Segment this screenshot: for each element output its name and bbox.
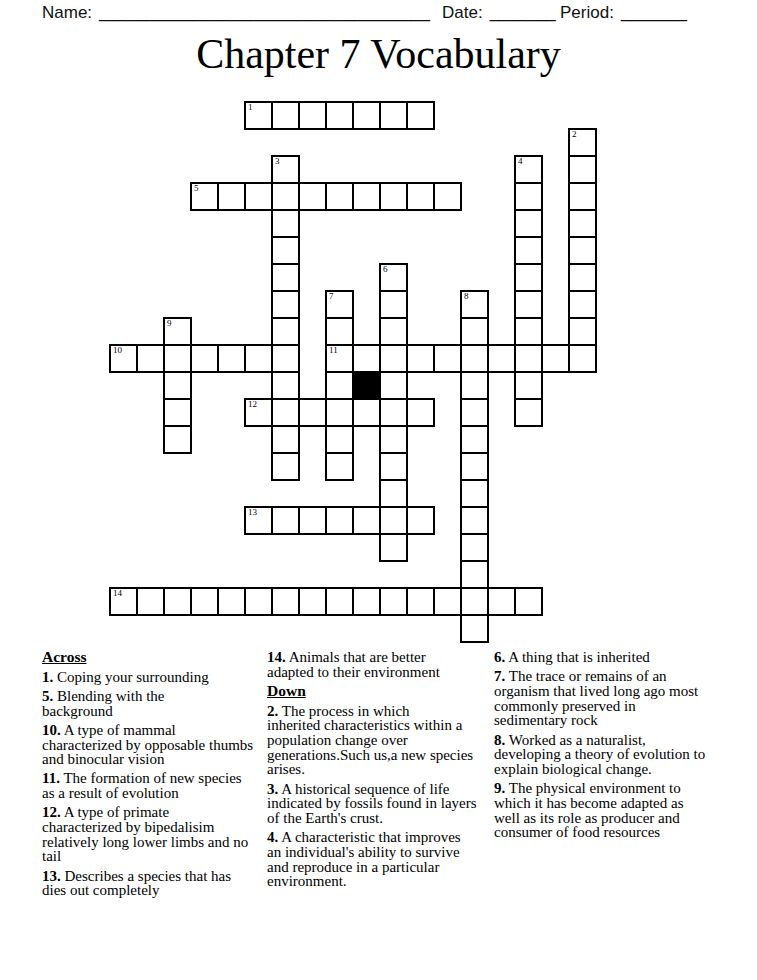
clue-2-line-5: arises. <box>267 762 497 777</box>
grid-cell-r10c13[interactable] <box>460 371 489 400</box>
grid-cell-r0c6[interactable] <box>271 101 300 130</box>
clue-9: 9. The physical environment towhich it h… <box>494 781 724 840</box>
grid-cell-r7c15[interactable] <box>514 290 543 319</box>
blocked-cell <box>352 371 381 400</box>
grid-cell-r9c12[interactable] <box>433 344 462 373</box>
cell-number-10: 10 <box>113 346 122 355</box>
grid-cell-r6c17[interactable] <box>568 263 597 292</box>
clue-13-line-2: dies out completely <box>42 883 272 898</box>
clue-number: 6. <box>494 649 505 665</box>
clue-7: 7. The trace or remains of anorganism th… <box>494 669 724 728</box>
grid-cell-r18c4[interactable] <box>217 587 246 616</box>
clue-11: 11. The formation of new speciesas a res… <box>42 771 272 800</box>
grid-cell-r9c1[interactable] <box>136 344 165 373</box>
grid-cell-r3c10[interactable] <box>379 182 408 211</box>
grid-cell-r18c5[interactable] <box>244 587 273 616</box>
clue-6-line-1: 6. A thing that is inherited <box>494 650 724 665</box>
grid-cell-r8c10[interactable] <box>379 317 408 346</box>
grid-cell-r8c2[interactable]: 9 <box>163 317 192 346</box>
clue-list-header-across: Across <box>42 650 272 665</box>
grid-cell-r10c2[interactable] <box>163 371 192 400</box>
grid-cell-r11c2[interactable] <box>163 398 192 427</box>
grid-cell-r11c7[interactable] <box>298 398 327 427</box>
grid-cell-r4c6[interactable] <box>271 209 300 238</box>
clue-6: 6. A thing that is inherited <box>494 650 724 665</box>
clue-column-2: 14. Animals that are betteradapted to th… <box>267 650 497 894</box>
grid-cell-r12c6[interactable] <box>271 425 300 454</box>
grid-cell-r13c13[interactable] <box>460 452 489 481</box>
cell-number-13: 13 <box>248 508 257 517</box>
clue-4-line-3: and reproduce in a particular <box>267 860 497 875</box>
grid-cell-r18c2[interactable] <box>163 587 192 616</box>
cell-number-7: 7 <box>329 292 334 301</box>
clue-number: 12. <box>42 804 61 820</box>
grid-cell-r7c8[interactable]: 7 <box>325 290 354 319</box>
clue-14: 14. Animals that are betteradapted to th… <box>267 650 497 679</box>
grid-cell-r9c0[interactable]: 10 <box>109 344 138 373</box>
date-blank-line[interactable]: _______ <box>490 3 556 22</box>
grid-cell-r15c9[interactable] <box>352 506 381 535</box>
clue-9-line-3: well as its role as producer and <box>494 811 724 826</box>
grid-cell-r9c17[interactable] <box>568 344 597 373</box>
clue-column-3: 6. A thing that is inherited7. The trace… <box>494 650 724 844</box>
name-label: Name: <box>42 3 92 22</box>
grid-cell-r3c4[interactable] <box>217 182 246 211</box>
grid-cell-r9c6[interactable] <box>271 344 300 373</box>
clue-7-line-1: 7. The trace or remains of an <box>494 669 724 684</box>
cell-number-3: 3 <box>275 157 280 166</box>
grid-cell-r18c15[interactable] <box>514 587 543 616</box>
clue-8-line-3: explain biological change. <box>494 762 724 777</box>
clue-8: 8. Worked as a naturalist,developing a t… <box>494 733 724 777</box>
page-title: Chapter 7 Vocabulary <box>0 31 757 77</box>
grid-cell-r9c5[interactable] <box>244 344 273 373</box>
grid-cell-r7c13[interactable]: 8 <box>460 290 489 319</box>
grid-cell-r5c17[interactable] <box>568 236 597 265</box>
clue-2: 2. The process in whichinherited charact… <box>267 704 497 778</box>
clue-1-line-1: 1. Coping your surrounding <box>42 670 272 685</box>
clue-number: 10. <box>42 722 61 738</box>
clue-number: 7. <box>494 668 505 684</box>
grid-cell-r19c13[interactable] <box>460 614 489 643</box>
clue-number: 9. <box>494 780 505 796</box>
grid-cell-r11c5[interactable]: 12 <box>244 398 273 427</box>
grid-cell-r4c15[interactable] <box>514 209 543 238</box>
grid-cell-r13c8[interactable] <box>325 452 354 481</box>
clue-2-line-1: 2. The process in which <box>267 704 497 719</box>
grid-cell-r15c8[interactable] <box>325 506 354 535</box>
grid-cell-r9c3[interactable] <box>190 344 219 373</box>
grid-cell-r3c3[interactable]: 5 <box>190 182 219 211</box>
grid-cell-r7c6[interactable] <box>271 290 300 319</box>
grid-cell-r10c10[interactable] <box>379 371 408 400</box>
grid-cell-r6c15[interactable] <box>514 263 543 292</box>
grid-cell-r12c8[interactable] <box>325 425 354 454</box>
cell-number-4: 4 <box>518 157 523 166</box>
date-field: Date:_______ <box>442 3 556 23</box>
grid-cell-r2c15[interactable]: 4 <box>514 155 543 184</box>
grid-cell-r3c5[interactable] <box>244 182 273 211</box>
grid-cell-r18c6[interactable] <box>271 587 300 616</box>
grid-cell-r12c13[interactable] <box>460 425 489 454</box>
cell-number-1: 1 <box>248 103 253 112</box>
clue-12: 12. A type of primatecharacterized by bi… <box>42 805 272 864</box>
grid-cell-r8c15[interactable] <box>514 317 543 346</box>
grid-cell-r0c11[interactable] <box>406 101 435 130</box>
grid-cell-r3c8[interactable] <box>325 182 354 211</box>
grid-cell-r0c9[interactable] <box>352 101 381 130</box>
grid-cell-r3c6[interactable] <box>271 182 300 211</box>
grid-cell-r11c13[interactable] <box>460 398 489 427</box>
grid-cell-r11c6[interactable] <box>271 398 300 427</box>
clue-9-line-4: consumer of food resources <box>494 825 724 840</box>
clue-number: 1. <box>42 669 53 685</box>
clue-4-line-1: 4. A characteristic that improves <box>267 830 497 845</box>
clue-2-line-2: inherited characteristics within a <box>267 718 497 733</box>
grid-cell-r3c15[interactable] <box>514 182 543 211</box>
grid-cell-r15c7[interactable] <box>298 506 327 535</box>
grid-cell-r18c14[interactable] <box>487 587 516 616</box>
grid-cell-r8c8[interactable] <box>325 317 354 346</box>
clue-10-line-2: characterized by opposable thumbs <box>42 738 272 753</box>
grid-cell-r14c13[interactable] <box>460 479 489 508</box>
clue-2-line-3: population change over <box>267 733 497 748</box>
clue-11-line-1: 11. The formation of new species <box>42 771 272 786</box>
worksheet-page: Name:___________________________________… <box>0 0 757 980</box>
period-field: Period:_______ <box>560 3 687 23</box>
grid-cell-r10c6[interactable] <box>271 371 300 400</box>
grid-cell-r9c9[interactable] <box>352 344 381 373</box>
clue-7-line-3: commonly preserved in <box>494 699 724 714</box>
clue-5-line-2: background <box>42 704 272 719</box>
grid-cell-r11c11[interactable] <box>406 398 435 427</box>
grid-cell-r18c3[interactable] <box>190 587 219 616</box>
grid-cell-r18c7[interactable] <box>298 587 327 616</box>
grid-cell-r10c8[interactable] <box>325 371 354 400</box>
grid-cell-r0c8[interactable] <box>325 101 354 130</box>
clue-14-line-2: adapted to their environment <box>267 665 497 680</box>
clue-12-line-1: 12. A type of primate <box>42 805 272 820</box>
clue-14-line-1: 14. Animals that are better <box>267 650 497 665</box>
grid-cell-r1c17[interactable]: 2 <box>568 128 597 157</box>
grid-cell-r3c11[interactable] <box>406 182 435 211</box>
period-blank-line[interactable]: _______ <box>621 3 687 22</box>
clue-13: 13. Describes a species that hasdies out… <box>42 869 272 898</box>
cell-number-5: 5 <box>194 184 199 193</box>
grid-cell-r16c10[interactable] <box>379 533 408 562</box>
grid-cell-r4c17[interactable] <box>568 209 597 238</box>
grid-cell-r5c6[interactable] <box>271 236 300 265</box>
name-blank-line[interactable]: ___________________________________ <box>99 3 430 22</box>
grid-cell-r0c10[interactable] <box>379 101 408 130</box>
grid-cell-r11c15[interactable] <box>514 398 543 427</box>
grid-cell-r6c10[interactable]: 6 <box>379 263 408 292</box>
grid-cell-r15c5[interactable]: 13 <box>244 506 273 535</box>
grid-cell-r5c15[interactable] <box>514 236 543 265</box>
clue-2-line-4: generations.Such us,a new species <box>267 748 497 763</box>
grid-cell-r7c17[interactable] <box>568 290 597 319</box>
grid-cell-r3c12[interactable] <box>433 182 462 211</box>
grid-cell-r12c10[interactable] <box>379 425 408 454</box>
grid-cell-r3c7[interactable] <box>298 182 327 211</box>
grid-cell-r0c5[interactable]: 1 <box>244 101 273 130</box>
period-label: Period: <box>560 3 614 22</box>
grid-cell-r18c11[interactable] <box>406 587 435 616</box>
grid-cell-r9c13[interactable] <box>460 344 489 373</box>
clue-12-line-4: tail <box>42 849 272 864</box>
grid-cell-r8c6[interactable] <box>271 317 300 346</box>
name-field: Name:___________________________________ <box>42 3 430 23</box>
grid-cell-r18c10[interactable] <box>379 587 408 616</box>
clue-column-1: Across1. Coping your surrounding5. Blend… <box>42 650 272 903</box>
clue-3: 3. A historical sequence of lifeindicate… <box>267 782 497 826</box>
grid-cell-r17c13[interactable] <box>460 560 489 589</box>
clue-3-line-3: of the Earth's crust. <box>267 811 497 826</box>
cell-number-14: 14 <box>113 589 122 598</box>
grid-cell-r8c17[interactable] <box>568 317 597 346</box>
grid-cell-r10c15[interactable] <box>514 371 543 400</box>
grid-cell-r18c1[interactable] <box>136 587 165 616</box>
cell-number-11: 11 <box>329 346 338 355</box>
grid-cell-r9c15[interactable] <box>514 344 543 373</box>
grid-cell-r0c7[interactable] <box>298 101 327 130</box>
clue-number: 2. <box>267 703 278 719</box>
crossword-grid: 1510111213142346789 <box>110 102 596 642</box>
clue-7-line-4: sedimentary rock <box>494 713 724 728</box>
grid-cell-r15c10[interactable] <box>379 506 408 535</box>
grid-cell-r18c0[interactable]: 14 <box>109 587 138 616</box>
grid-cell-r9c16[interactable] <box>541 344 570 373</box>
clue-4-line-2: an individual's ability to survive <box>267 845 497 860</box>
date-label: Date: <box>442 3 483 22</box>
clue-9-line-2: which it has become adapted as <box>494 796 724 811</box>
clues-section: Across1. Coping your surrounding5. Blend… <box>0 650 757 900</box>
grid-cell-r11c10[interactable] <box>379 398 408 427</box>
grid-cell-r14c10[interactable] <box>379 479 408 508</box>
clue-number: 4. <box>267 829 278 845</box>
grid-cell-r11c8[interactable] <box>325 398 354 427</box>
grid-cell-r9c4[interactable] <box>217 344 246 373</box>
grid-cell-r2c17[interactable] <box>568 155 597 184</box>
clue-number: 3. <box>267 781 278 797</box>
clue-5: 5. Blending with thebackground <box>42 689 272 718</box>
grid-cell-r15c11[interactable] <box>406 506 435 535</box>
clue-list-header-down: Down <box>267 684 497 699</box>
grid-cell-r7c10[interactable] <box>379 290 408 319</box>
grid-cell-r15c13[interactable] <box>460 506 489 535</box>
clue-number: 8. <box>494 732 505 748</box>
clue-number: 11. <box>42 770 60 786</box>
clue-3-line-1: 3. A historical sequence of life <box>267 782 497 797</box>
clue-number: 13. <box>42 868 61 884</box>
clue-7-line-2: organism that lived long ago most <box>494 684 724 699</box>
clue-5-line-1: 5. Blending with the <box>42 689 272 704</box>
clue-9-line-1: 9. The physical environment to <box>494 781 724 796</box>
cell-number-2: 2 <box>572 130 577 139</box>
grid-cell-r9c8[interactable]: 11 <box>325 344 354 373</box>
grid-cell-r9c11[interactable] <box>406 344 435 373</box>
clue-1: 1. Coping your surrounding <box>42 670 272 685</box>
clue-number: 5. <box>42 688 53 704</box>
clue-4-line-4: environment. <box>267 874 497 889</box>
grid-cell-r18c12[interactable] <box>433 587 462 616</box>
grid-cell-r13c6[interactable] <box>271 452 300 481</box>
clue-3-line-2: indicated by fossils found in layers <box>267 796 497 811</box>
grid-cell-r3c17[interactable] <box>568 182 597 211</box>
clue-number: 14. <box>267 649 286 665</box>
clue-10: 10. A type of mammalcharacterized by opp… <box>42 723 272 767</box>
clue-13-line-1: 13. Describes a species that has <box>42 869 272 884</box>
cell-number-8: 8 <box>464 292 469 301</box>
grid-cell-r9c10[interactable] <box>379 344 408 373</box>
grid-cell-r9c2[interactable] <box>163 344 192 373</box>
cell-number-9: 9 <box>167 319 172 328</box>
grid-cell-r18c9[interactable] <box>352 587 381 616</box>
clue-8-line-2: developing a theory of evolution to <box>494 747 724 762</box>
clue-10-line-1: 10. A type of mammal <box>42 723 272 738</box>
clue-8-line-1: 8. Worked as a naturalist, <box>494 733 724 748</box>
grid-cell-r16c13[interactable] <box>460 533 489 562</box>
grid-cell-r8c13[interactable] <box>460 317 489 346</box>
clue-12-line-3: relatively long lower limbs and no <box>42 835 272 850</box>
grid-cell-r18c8[interactable] <box>325 587 354 616</box>
clue-11-line-2: as a result of evolution <box>42 786 272 801</box>
cell-number-6: 6 <box>383 265 388 274</box>
grid-cell-r9c14[interactable] <box>487 344 516 373</box>
clue-12-line-2: characterized by bipedalisim <box>42 820 272 835</box>
clue-10-line-3: and binocular vision <box>42 752 272 767</box>
grid-cell-r2c6[interactable]: 3 <box>271 155 300 184</box>
grid-cell-r11c9[interactable] <box>352 398 381 427</box>
grid-cell-r12c2[interactable] <box>163 425 192 454</box>
clue-4: 4. A characteristic that improvesan indi… <box>267 830 497 889</box>
cell-number-12: 12 <box>248 400 257 409</box>
grid-cell-r18c13[interactable] <box>460 587 489 616</box>
grid-cell-r6c6[interactable] <box>271 263 300 292</box>
grid-cell-r13c10[interactable] <box>379 452 408 481</box>
grid-cell-r15c6[interactable] <box>271 506 300 535</box>
grid-cell-r3c9[interactable] <box>352 182 381 211</box>
